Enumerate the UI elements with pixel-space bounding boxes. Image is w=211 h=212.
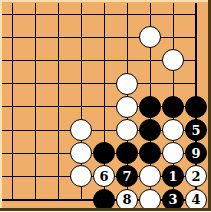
black-stone [162,96,184,118]
black-stone: 9 [185,142,207,164]
intersection-c6-r6 [116,118,139,141]
intersection-c5-r4 [93,72,116,95]
intersection-c8-r7 [162,142,185,165]
intersection-c5-r5 [93,95,116,118]
white-stone [162,49,184,71]
move-number: 3 [168,193,177,206]
bevel-top-highlight [0,0,211,2]
move-number: 5 [191,124,200,137]
black-stone [139,142,161,164]
black-stone [139,96,161,118]
black-stone [93,142,115,164]
bevel-right-shadow [208,0,211,211]
intersection-c2-r3 [24,49,47,72]
intersection-c9-r1 [185,3,208,26]
intersection-c6-r2 [116,26,139,49]
white-stone: 2 [185,165,207,187]
intersection-c8-r2 [162,26,185,49]
intersection-c1-r8 [1,165,24,188]
white-stone [139,165,161,187]
go-board-grid: 596712834 [1,3,208,212]
intersection-c8-r1 [162,3,185,26]
intersection-c5-r8: 6 [93,165,116,188]
intersection-c8-r8: 1 [162,165,185,188]
bevel-left-highlight [0,0,2,211]
intersection-c9-r6: 5 [185,118,208,141]
intersection-c1-r5 [1,95,24,118]
intersection-c9-r8: 2 [185,165,208,188]
black-stone: 7 [116,165,138,187]
intersection-c7-r4 [139,72,162,95]
white-stone [116,73,138,95]
white-stone [70,142,92,164]
move-number: 9 [191,147,200,160]
white-stone [116,119,138,141]
black-stone: 1 [162,165,184,187]
black-stone [185,96,207,118]
black-stone [139,119,161,141]
move-number: 8 [122,193,131,206]
intersection-c1-r1 [1,3,24,26]
intersection-c6-r5 [116,95,139,118]
intersection-c7-r3 [139,49,162,72]
intersection-c2-r7 [24,142,47,165]
intersection-c2-r5 [24,95,47,118]
intersection-c9-r2 [185,26,208,49]
intersection-c8-r4 [162,72,185,95]
move-number: 7 [122,170,131,183]
intersection-c5-r3 [93,49,116,72]
white-stone [116,96,138,118]
intersection-c3-r4 [47,72,70,95]
intersection-c7-r6 [139,118,162,141]
intersection-c4-r8 [70,165,93,188]
move-number: 4 [191,193,200,206]
intersection-c1-r2 [1,26,24,49]
intersection-c9-r5 [185,95,208,118]
intersection-c3-r6 [47,118,70,141]
intersection-c6-r3 [116,49,139,72]
intersection-c8-r6 [162,118,185,141]
intersection-c7-r8 [139,165,162,188]
intersection-c2-r2 [24,26,47,49]
intersection-c7-r1 [139,3,162,26]
intersection-c6-r8: 7 [116,165,139,188]
intersection-c3-r5 [47,95,70,118]
move-number: 2 [191,170,200,183]
intersection-c1-r6 [1,118,24,141]
white-stone [162,119,184,141]
intersection-c8-r3 [162,49,185,72]
intersection-c6-r1 [116,3,139,26]
intersection-c4-r5 [70,95,93,118]
white-stone [70,165,92,187]
intersection-c1-r4 [1,72,24,95]
intersection-c7-r5 [139,95,162,118]
white-stone: 6 [93,165,115,187]
intersection-c3-r1 [47,3,70,26]
intersection-c4-r3 [70,49,93,72]
black-stone: 5 [185,119,207,141]
intersection-c4-r7 [70,142,93,165]
intersection-c1-r7 [1,142,24,165]
intersection-c9-r3 [185,49,208,72]
go-diagram: 596712834 [0,0,211,211]
intersection-c5-r7 [93,142,116,165]
intersection-c4-r4 [70,72,93,95]
intersection-c3-r3 [47,49,70,72]
intersection-c3-r7 [47,142,70,165]
intersection-c2-r4 [24,72,47,95]
intersection-c1-r3 [1,49,24,72]
intersection-c6-r7 [116,142,139,165]
intersection-c7-r7 [139,142,162,165]
intersection-c4-r2 [70,26,93,49]
intersection-c2-r6 [24,118,47,141]
white-stone [70,119,92,141]
intersection-c9-r4 [185,72,208,95]
white-stone [139,26,161,48]
intersection-c2-r1 [24,3,47,26]
intersection-c6-r4 [116,72,139,95]
black-stone [116,142,138,164]
bevel-bottom-shadow [0,208,211,211]
white-stone [162,142,184,164]
intersection-c2-r8 [24,165,47,188]
move-number: 1 [168,170,177,183]
intersection-c3-r2 [47,26,70,49]
intersection-c8-r5 [162,95,185,118]
intersection-c9-r7: 9 [185,142,208,165]
intersection-c5-r2 [93,26,116,49]
intersection-c3-r8 [47,165,70,188]
intersection-c5-r1 [93,3,116,26]
intersection-c7-r2 [139,26,162,49]
intersection-c4-r6 [70,118,93,141]
move-number: 6 [99,170,108,183]
intersection-c5-r6 [93,118,116,141]
intersection-c4-r1 [70,3,93,26]
